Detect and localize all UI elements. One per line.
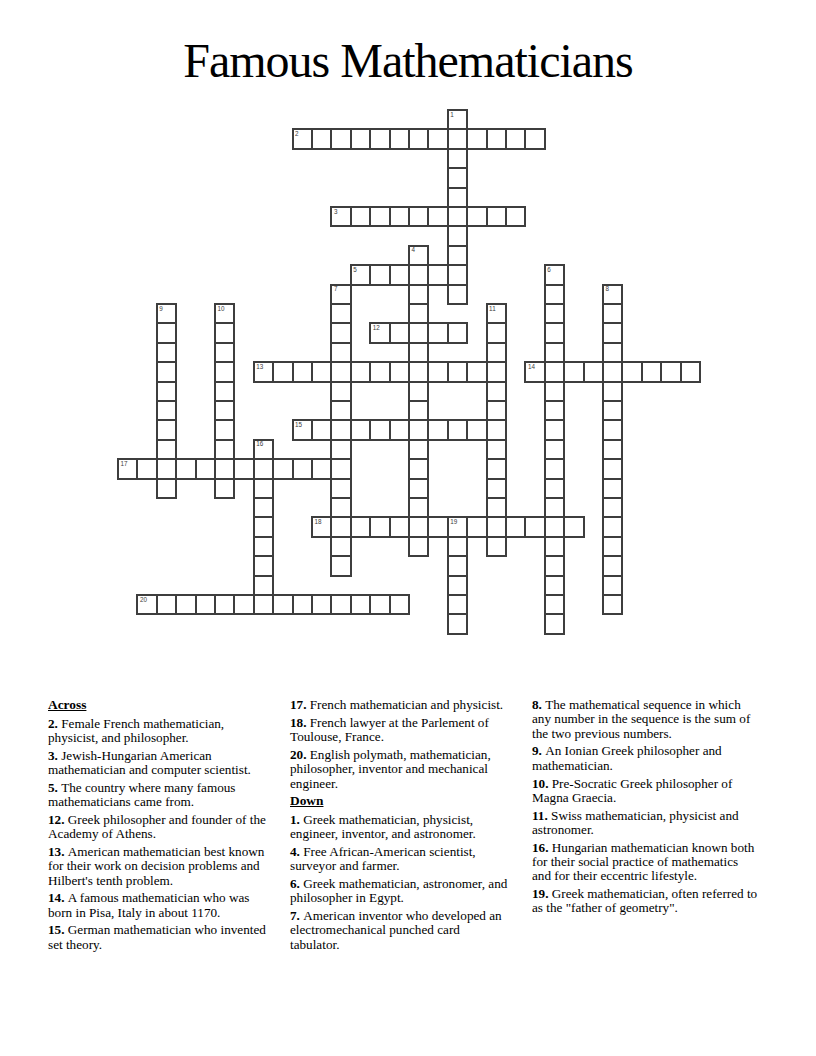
clue-number: 17. [290,697,310,712]
grid-cell-r18c8[interactable] [272,458,293,479]
clue-down-1: 1. Greek mathematician, physicist, engin… [290,813,508,842]
grid-cell-r25c12[interactable] [350,594,371,615]
clue-down-9: 9. An Ionian Greek philosopher and mathe… [532,744,758,773]
grid-cell-r13c18[interactable] [466,361,487,382]
grid-cell-r21c20[interactable] [505,516,526,537]
clue-number: 3. [48,748,61,763]
grid-cell-r4c17[interactable] [447,187,468,208]
grid-cell-r14c5[interactable] [214,381,235,402]
grid-cell-r13c26[interactable] [621,361,642,382]
clue-down-8: 8. The mathematical sequence in which an… [532,698,758,741]
clue-text: German mathematician who invented set th… [48,922,266,951]
grid-cell-r25c3[interactable] [175,594,196,615]
grid-cell-r14c15[interactable] [408,381,429,402]
grid-cell-r13c16[interactable] [427,361,448,382]
clue-number: 5. [48,780,61,795]
clues-column-2: 17. French mathematician and physicist.1… [290,698,508,955]
grid-cell-r11c15[interactable] [408,322,429,343]
grid-cell-r8c15[interactable] [408,264,429,285]
grid-cell-r18c6[interactable] [233,458,254,479]
grid-cell-r15c5[interactable] [214,400,235,421]
clue-across-20: 20. English polymath, mathematician, phi… [290,748,508,791]
grid-cell-r25c1[interactable]: 20 [136,594,157,615]
across-heading-label: Across [48,697,86,712]
clue-across-17: 17. French mathematician and physicist. [290,698,508,712]
grid-cell-r7c15[interactable]: 4 [408,245,429,266]
grid-cell-r16c17[interactable] [447,419,468,440]
grid-cell-r24c17[interactable] [447,575,468,596]
grid-cell-r15c19[interactable] [486,400,507,421]
grid-cell-r9c25[interactable]: 8 [602,284,623,305]
clue-number: 10. [532,776,552,791]
puzzle-title: Famous Mathematicians [0,36,816,86]
grid-cell-r13c13[interactable] [369,361,390,382]
grid-cell-r17c2[interactable] [156,439,177,460]
grid-cell-r10c5[interactable]: 10 [214,303,235,324]
grid-cell-r11c25[interactable] [602,322,623,343]
grid-cell-r16c22[interactable] [544,419,565,440]
grid-cell-r25c8[interactable] [272,594,293,615]
clue-down-10: 10. Pre-Socratic Greek philosopher of Ma… [532,777,758,806]
crossword-worksheet-page: Famous Mathematicians 123456789101112131… [0,0,816,1056]
grid-cell-r25c22[interactable] [544,594,565,615]
grid-cell-r25c10[interactable] [311,594,332,615]
grid-cell-r17c5[interactable] [214,439,235,460]
grid-cell-r1c19[interactable] [486,128,507,149]
grid-cell-r1c14[interactable] [389,128,410,149]
grid-cell-r13c17[interactable] [447,361,468,382]
cell-number-9: 9 [159,306,163,312]
grid-cell-r18c3[interactable] [175,458,196,479]
grid-cell-r23c11[interactable] [330,555,351,576]
grid-cell-r16c13[interactable] [369,419,390,440]
grid-cell-r11c11[interactable] [330,322,351,343]
grid-cell-r1c21[interactable] [524,128,545,149]
clue-down-11: 11. Swiss mathematician, physicist and a… [532,809,758,838]
grid-cell-r19c25[interactable] [602,478,623,499]
grid-cell-r5c12[interactable] [350,206,371,227]
grid-cell-r0c17[interactable]: 1 [447,109,468,130]
across-heading: Across [48,698,266,713]
grid-cell-r16c11[interactable] [330,419,351,440]
grid-cell-r17c25[interactable] [602,439,623,460]
grid-cell-r13c27[interactable] [641,361,662,382]
grid-cell-r25c9[interactable] [292,594,313,615]
clue-text: Female French mathematician, physicist, … [48,716,224,745]
grid-cell-r13c29[interactable] [680,361,701,382]
grid-cell-r22c25[interactable] [602,536,623,557]
grid-cell-r19c22[interactable] [544,478,565,499]
grid-cell-r25c11[interactable] [330,594,351,615]
grid-cell-r18c10[interactable] [311,458,332,479]
grid-cell-r16c10[interactable] [311,419,332,440]
grid-cell-r13c21[interactable]: 14 [524,361,545,382]
grid-cell-r10c22[interactable] [544,303,565,324]
grid-cell-r20c22[interactable] [544,497,565,518]
grid-cell-r17c22[interactable] [544,439,565,460]
cell-number-12: 12 [373,325,380,331]
grid-cell-r9c22[interactable] [544,284,565,305]
grid-cell-r22c17[interactable] [447,536,468,557]
grid-cell-r24c25[interactable] [602,575,623,596]
down-heading: Down [290,794,508,809]
clue-number: 9. [532,743,545,758]
grid-cell-r1c20[interactable] [505,128,526,149]
clue-text: Greek philosopher and founder of the Aca… [48,812,266,841]
grid-cell-r13c14[interactable] [389,361,410,382]
grid-cell-r25c7[interactable] [253,594,274,615]
grid-cell-r14c25[interactable] [602,381,623,402]
clue-text: French lawyer at the Parlement of Toulou… [290,715,489,744]
grid-cell-r10c19[interactable]: 11 [486,303,507,324]
grid-cell-r18c0[interactable]: 17 [117,458,138,479]
clue-number: 1. [290,812,303,827]
grid-cell-r21c12[interactable] [350,516,371,537]
grid-cell-r10c11[interactable] [330,303,351,324]
grid-cell-r19c15[interactable] [408,478,429,499]
clue-down-6: 6. Greek mathematician, astronomer, and … [290,877,508,906]
clue-down-4: 4. Free African-American scientist, surv… [290,845,508,874]
clue-across-14: 14. A famous mathematician who was born … [48,891,266,920]
grid-cell-r12c19[interactable] [486,342,507,363]
clue-text: Greek mathematician, often referred to a… [532,886,757,915]
grid-cell-r13c9[interactable] [292,361,313,382]
cell-number-6: 6 [547,267,551,273]
clue-number: 8. [532,697,545,712]
grid-cell-r21c11[interactable] [330,516,351,537]
grid-cell-r19c19[interactable] [486,478,507,499]
grid-cell-r26c17[interactable] [447,613,468,634]
grid-cell-r13c11[interactable] [330,361,351,382]
grid-cell-r18c4[interactable] [195,458,216,479]
grid-cell-r22c15[interactable] [408,536,429,557]
grid-cell-r12c22[interactable] [544,342,565,363]
grid-cell-r21c22[interactable] [544,516,565,537]
grid-cell-r20c7[interactable] [253,497,274,518]
grid-cell-r13c5[interactable] [214,361,235,382]
cell-number-14: 14 [528,364,535,370]
clue-across-18: 18. French lawyer at the Parlement of To… [290,716,508,745]
grid-cell-r10c15[interactable] [408,303,429,324]
grid-cell-r22c19[interactable] [486,536,507,557]
clue-number: 14. [48,890,68,905]
grid-cell-r1c13[interactable] [369,128,390,149]
grid-cell-r10c2[interactable]: 9 [156,303,177,324]
clue-number: 15. [48,922,68,937]
grid-cell-r13c8[interactable] [272,361,293,382]
clue-text: The mathematical sequence in which any n… [532,697,750,741]
grid-cell-r15c25[interactable] [602,400,623,421]
grid-cell-r16c12[interactable] [350,419,371,440]
grid-cell-r13c7[interactable]: 13 [253,361,274,382]
clue-text: Swiss mathematician, physicist and astro… [532,808,739,837]
grid-cell-r19c5[interactable] [214,478,235,499]
grid-cell-r11c17[interactable] [447,322,468,343]
grid-cell-r14c11[interactable] [330,381,351,402]
grid-cell-r18c5[interactable] [214,458,235,479]
grid-cell-r8c16[interactable] [427,264,448,285]
grid-cell-r13c28[interactable] [660,361,681,382]
grid-cell-r1c18[interactable] [466,128,487,149]
grid-cell-r11c14[interactable] [389,322,410,343]
grid-cell-r24c7[interactable] [253,575,274,596]
grid-cell-r5c15[interactable] [408,206,429,227]
grid-cell-r21c13[interactable] [369,516,390,537]
grid-cell-r21c17[interactable]: 19 [447,516,468,537]
grid-cell-r9c15[interactable] [408,284,429,305]
grid-cell-r20c11[interactable] [330,497,351,518]
grid-cell-r16c9[interactable]: 15 [292,419,313,440]
grid-cell-r15c15[interactable] [408,400,429,421]
cell-number-15: 15 [295,422,302,428]
grid-cell-r16c15[interactable] [408,419,429,440]
grid-cell-r25c25[interactable] [602,594,623,615]
grid-cell-r8c12[interactable]: 5 [350,264,371,285]
down-heading-label: Down [290,793,323,808]
grid-cell-r23c17[interactable] [447,555,468,576]
grid-cell-r1c10[interactable] [311,128,332,149]
grid-cell-r9c11[interactable]: 7 [330,284,351,305]
cell-number-3: 3 [334,209,338,215]
grid-cell-r13c22[interactable] [544,361,565,382]
cell-number-10: 10 [218,306,225,312]
grid-cell-r21c7[interactable] [253,516,274,537]
grid-cell-r16c16[interactable] [427,419,448,440]
clue-text: Greek mathematician, astronomer, and phi… [290,876,507,905]
grid-cell-r12c25[interactable] [602,342,623,363]
grid-cell-r17c7[interactable]: 16 [253,439,274,460]
grid-cell-r21c23[interactable] [563,516,584,537]
grid-cell-r13c2[interactable] [156,361,177,382]
clue-number: 11. [532,808,551,823]
grid-cell-r1c15[interactable] [408,128,429,149]
clue-text: Pre-Socratic Greek philosopher of Magna … [532,776,732,805]
grid-cell-r18c1[interactable] [136,458,157,479]
clue-across-2: 2. Female French mathematician, physicis… [48,717,266,746]
grid-cell-r19c2[interactable] [156,478,177,499]
grid-cell-r23c25[interactable] [602,555,623,576]
grid-cell-r3c17[interactable] [447,167,468,188]
grid-cell-r16c14[interactable] [389,419,410,440]
clue-text: French mathematician and physicist. [310,697,503,712]
grid-cell-r12c15[interactable] [408,342,429,363]
grid-cell-r19c7[interactable] [253,478,274,499]
grid-cell-r14c2[interactable] [156,381,177,402]
clue-text: Greek mathematician, physicist, engineer… [290,812,476,841]
grid-cell-r24c22[interactable] [544,575,565,596]
grid-cell-r11c13[interactable]: 12 [369,322,390,343]
clue-text: An Ionian Greek philosopher and mathemat… [532,743,722,772]
clue-across-3: 3. Jewish-Hungarian American mathematici… [48,749,266,778]
clue-text: American inventor who developed an elect… [290,908,502,952]
grid-cell-r23c22[interactable] [544,555,565,576]
grid-cell-r25c17[interactable] [447,594,468,615]
grid-cell-r2c17[interactable] [447,148,468,169]
grid-cell-r21c10[interactable]: 18 [311,516,332,537]
grid-cell-r21c19[interactable] [486,516,507,537]
grid-cell-r11c16[interactable] [427,322,448,343]
grid-cell-r25c13[interactable] [369,594,390,615]
grid-cell-r7c17[interactable] [447,245,468,266]
clue-number: 12. [48,812,68,827]
grid-cell-r13c19[interactable] [486,361,507,382]
cell-number-2: 2 [295,131,299,137]
grid-cell-r26c22[interactable] [544,613,565,634]
cell-number-5: 5 [353,267,357,273]
grid-cell-r18c9[interactable] [292,458,313,479]
grid-cell-r15c2[interactable] [156,400,177,421]
grid-cell-r22c7[interactable] [253,536,274,557]
clue-text: American mathematician best known for th… [48,844,264,888]
grid-cell-r16c2[interactable] [156,419,177,440]
grid-cell-r17c19[interactable] [486,439,507,460]
clue-down-19: 19. Greek mathematician, often referred … [532,887,758,916]
grid-cell-r21c21[interactable] [524,516,545,537]
grid-cell-r20c25[interactable] [602,497,623,518]
clue-number: 13. [48,844,68,859]
grid-cell-r1c17[interactable] [447,128,468,149]
grid-cell-r14c19[interactable] [486,381,507,402]
clue-number: 20. [290,747,310,762]
clue-down-16: 16. Hungarian mathematician known both f… [532,841,758,884]
clue-text: Hungarian mathematician known both for t… [532,840,754,884]
cell-number-18: 18 [315,519,322,525]
grid-cell-r6c17[interactable] [447,225,468,246]
clue-down-7: 7. American inventor who developed an el… [290,909,508,952]
grid-cell-r16c25[interactable] [602,419,623,440]
grid-cell-r5c16[interactable] [427,206,448,227]
clue-text: Free African-American scientist, surveyo… [290,844,476,873]
grid-cell-r15c11[interactable] [330,400,351,421]
clue-number: 4. [290,844,303,859]
grid-cell-r18c22[interactable] [544,458,565,479]
cell-number-13: 13 [256,364,263,370]
grid-cell-r18c25[interactable] [602,458,623,479]
grid-cell-r21c16[interactable] [427,516,448,537]
clue-across-15: 15. German mathematician who invented se… [48,923,266,952]
clue-text: Jewish-Hungarian American mathematician … [48,748,251,777]
grid-cell-r5c18[interactable] [466,206,487,227]
clue-across-13: 13. American mathematician best known fo… [48,845,266,888]
grid-cell-r20c19[interactable] [486,497,507,518]
cell-number-19: 19 [450,519,457,525]
grid-cell-r18c7[interactable] [253,458,274,479]
grid-cell-r12c11[interactable] [330,342,351,363]
cell-number-1: 1 [450,112,454,118]
grid-cell-r23c7[interactable] [253,555,274,576]
grid-cell-r15c22[interactable] [544,400,565,421]
grid-cell-r1c16[interactable] [427,128,448,149]
grid-cell-r11c5[interactable] [214,322,235,343]
grid-cell-r21c25[interactable] [602,516,623,537]
grid-cell-r13c24[interactable] [583,361,604,382]
grid-cell-r8c14[interactable] [389,264,410,285]
clue-number: 16. [532,840,552,855]
grid-cell-r5c17[interactable] [447,206,468,227]
cell-number-16: 16 [256,441,263,447]
grid-cell-r22c11[interactable] [330,536,351,557]
grid-cell-r5c14[interactable] [389,206,410,227]
clues-column-1: Across2. Female French mathematician, ph… [48,698,266,955]
grid-cell-r11c19[interactable] [486,322,507,343]
grid-cell-r13c23[interactable] [563,361,584,382]
grid-cell-r16c5[interactable] [214,419,235,440]
clue-number: 7. [290,908,303,923]
grid-cell-r5c19[interactable] [486,206,507,227]
grid-cell-r16c18[interactable] [466,419,487,440]
grid-cell-r11c22[interactable] [544,322,565,343]
grid-cell-r5c11[interactable]: 3 [330,206,351,227]
grid-cell-r5c13[interactable] [369,206,390,227]
clue-text: English polymath, mathematician, philoso… [290,747,491,791]
grid-cell-r8c17[interactable] [447,264,468,285]
grid-cell-r21c14[interactable] [389,516,410,537]
grid-cell-r20c15[interactable] [408,497,429,518]
grid-cell-r21c15[interactable] [408,516,429,537]
clue-number: 2. [48,716,61,731]
grid-cell-r14c22[interactable] [544,381,565,402]
clue-number: 18. [290,715,310,730]
grid-cell-r21c18[interactable] [466,516,487,537]
cell-number-4: 4 [412,247,416,253]
grid-cell-r11c2[interactable] [156,322,177,343]
cell-number-8: 8 [606,286,610,292]
grid-cell-r25c2[interactable] [156,594,177,615]
clues-column-3: 8. The mathematical sequence in which an… [532,698,758,919]
grid-cell-r18c19[interactable] [486,458,507,479]
grid-cell-r12c2[interactable] [156,342,177,363]
grid-cell-r17c15[interactable] [408,439,429,460]
grid-cell-r25c5[interactable] [214,594,235,615]
grid-cell-r10c25[interactable] [602,303,623,324]
grid-cell-r25c4[interactable] [195,594,216,615]
clue-number: 19. [532,886,552,901]
crossword-grid: 1234567891011121314151617181920 [117,109,701,636]
cell-number-7: 7 [334,286,338,292]
clue-across-5: 5. The country where many famous mathema… [48,781,266,810]
grid-cell-r25c14[interactable] [389,594,410,615]
grid-cell-r13c25[interactable] [602,361,623,382]
grid-cell-r17c11[interactable] [330,439,351,460]
grid-cell-r18c2[interactable] [156,458,177,479]
cell-number-17: 17 [121,461,128,467]
grid-cell-r12c5[interactable] [214,342,235,363]
grid-cell-r13c12[interactable] [350,361,371,382]
grid-cell-r25c6[interactable] [233,594,254,615]
grid-cell-r1c9[interactable]: 2 [292,128,313,149]
clue-across-12: 12. Greek philosopher and founder of the… [48,813,266,842]
grid-cell-r19c11[interactable] [330,478,351,499]
cell-number-11: 11 [489,306,496,312]
grid-cell-r13c15[interactable] [408,361,429,382]
grid-cell-r22c22[interactable] [544,536,565,557]
grid-cell-r18c11[interactable] [330,458,351,479]
grid-cell-r5c20[interactable] [505,206,526,227]
grid-cell-r18c15[interactable] [408,458,429,479]
grid-cell-r8c22[interactable]: 6 [544,264,565,285]
clue-text: The country where many famous mathematic… [48,780,236,809]
grid-cell-r8c13[interactable] [369,264,390,285]
grid-cell-r16c19[interactable] [486,419,507,440]
grid-cell-r1c12[interactable] [350,128,371,149]
cell-number-20: 20 [140,597,147,603]
clue-text: A famous mathematician who was born in P… [48,890,249,919]
grid-cell-r1c11[interactable] [330,128,351,149]
grid-cell-r13c10[interactable] [311,361,332,382]
grid-cell-r9c17[interactable] [447,284,468,305]
clue-number: 6. [290,876,303,891]
